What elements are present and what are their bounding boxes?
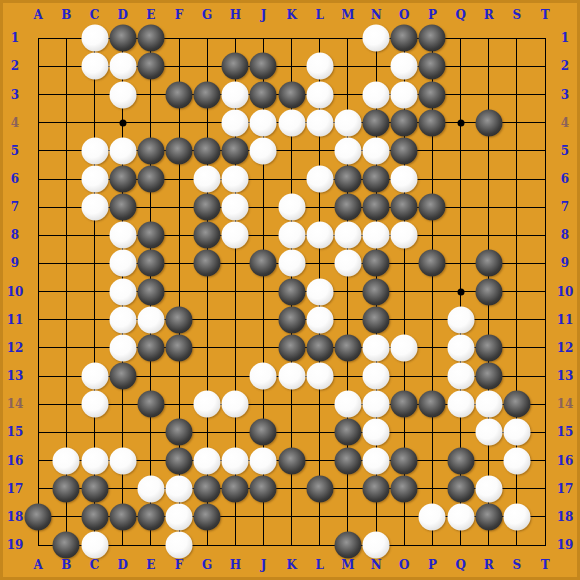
stone-black — [81, 475, 108, 502]
stone-black — [137, 137, 164, 164]
coord-label-row-left: 12 — [7, 341, 24, 355]
stone-black — [137, 25, 164, 52]
stone-white — [81, 447, 108, 474]
stone-white — [503, 503, 530, 530]
coord-label-col-bottom: A — [34, 558, 43, 572]
stone-black — [278, 81, 305, 108]
star-point — [119, 119, 126, 126]
coord-label-row-left: 17 — [7, 482, 24, 496]
coord-label-col-top: G — [202, 8, 212, 22]
stone-white — [222, 81, 249, 108]
coord-label-col-top: P — [428, 8, 437, 22]
stone-white — [363, 137, 390, 164]
stone-black — [137, 250, 164, 277]
stone-black — [137, 334, 164, 361]
stone-white — [250, 363, 277, 390]
stone-black — [391, 475, 418, 502]
stone-white — [250, 109, 277, 136]
coord-label-row-right: 18 — [557, 510, 574, 524]
stone-black — [166, 447, 193, 474]
coord-label-row-right: 7 — [561, 200, 569, 214]
stone-black — [278, 334, 305, 361]
stone-black — [194, 194, 221, 221]
stone-white — [81, 532, 108, 559]
coord-label-col-bottom: D — [117, 558, 127, 572]
coord-label-col-bottom: T — [541, 558, 550, 572]
stone-white — [194, 166, 221, 193]
coord-label-row-left: 8 — [11, 228, 19, 242]
stone-black — [419, 25, 446, 52]
star-point — [457, 119, 464, 126]
coord-label-row-left: 15 — [7, 425, 24, 439]
stone-black — [419, 250, 446, 277]
stone-black — [334, 194, 361, 221]
stone-white — [306, 53, 333, 80]
coord-label-col-top: H — [230, 8, 241, 22]
stone-white — [363, 222, 390, 249]
coord-label-col-bottom: L — [316, 558, 324, 572]
stone-white — [447, 391, 474, 418]
stone-black — [137, 222, 164, 249]
stone-black — [334, 419, 361, 446]
coord-label-row-left: 18 — [7, 510, 24, 524]
goban-frame: AABBCCDDEEFFGGHHJJKKLLMMNNOOPPQQRRSSTT11… — [0, 0, 580, 580]
coord-label-row-right: 15 — [557, 425, 574, 439]
stone-white — [447, 503, 474, 530]
stone-white — [503, 419, 530, 446]
coord-label-col-top: K — [286, 8, 296, 22]
stone-white — [447, 363, 474, 390]
stone-black — [109, 194, 136, 221]
stone-white — [109, 222, 136, 249]
stone-white — [363, 447, 390, 474]
stone-white — [81, 25, 108, 52]
stone-black — [137, 53, 164, 80]
grid-line-vertical — [545, 38, 546, 546]
stone-white — [447, 306, 474, 333]
stone-white — [475, 419, 502, 446]
stone-white — [109, 447, 136, 474]
stone-white — [222, 447, 249, 474]
stone-black — [391, 25, 418, 52]
stone-white — [109, 137, 136, 164]
stone-white — [447, 334, 474, 361]
stone-white — [306, 278, 333, 305]
stone-white — [81, 194, 108, 221]
stone-black — [25, 503, 52, 530]
stone-black — [166, 137, 193, 164]
coord-label-col-top: T — [541, 8, 550, 22]
stone-white — [306, 166, 333, 193]
stone-black — [475, 363, 502, 390]
stone-white — [475, 475, 502, 502]
stone-white — [278, 194, 305, 221]
stone-white — [334, 391, 361, 418]
coord-label-row-right: 8 — [561, 228, 569, 242]
stone-black — [334, 532, 361, 559]
coord-label-col-top: O — [399, 8, 409, 22]
coord-label-col-top: J — [261, 8, 267, 22]
coord-label-row-right: 12 — [557, 341, 574, 355]
stone-white — [194, 447, 221, 474]
stone-black — [306, 475, 333, 502]
stone-white — [306, 306, 333, 333]
coord-label-row-right: 6 — [561, 172, 569, 186]
stone-white — [109, 250, 136, 277]
stone-black — [447, 475, 474, 502]
stone-black — [334, 166, 361, 193]
coord-label-row-left: 9 — [11, 256, 19, 270]
coord-label-row-right: 11 — [557, 313, 574, 327]
coord-label-col-top: C — [90, 8, 100, 22]
stone-white — [81, 391, 108, 418]
coord-label-col-top: S — [513, 8, 522, 22]
stone-black — [53, 532, 80, 559]
stone-black — [419, 109, 446, 136]
stone-black — [475, 503, 502, 530]
grid-line-horizontal — [38, 432, 546, 433]
coord-label-row-left: 14 — [7, 397, 24, 411]
stone-black — [109, 363, 136, 390]
stone-black — [194, 503, 221, 530]
stone-black — [391, 194, 418, 221]
stone-white — [137, 475, 164, 502]
stone-white — [363, 419, 390, 446]
stone-black — [194, 475, 221, 502]
stone-black — [166, 419, 193, 446]
stone-white — [53, 447, 80, 474]
coord-label-row-left: 4 — [11, 116, 19, 130]
coord-label-col-bottom: S — [513, 558, 522, 572]
stone-black — [278, 278, 305, 305]
stone-black — [419, 81, 446, 108]
stone-white — [109, 81, 136, 108]
stone-black — [363, 194, 390, 221]
stone-white — [109, 334, 136, 361]
coord-label-row-left: 6 — [11, 172, 19, 186]
stone-black — [363, 278, 390, 305]
stone-black — [137, 278, 164, 305]
stone-white — [306, 222, 333, 249]
stone-white — [109, 278, 136, 305]
stone-black — [475, 109, 502, 136]
coord-label-col-bottom: J — [261, 558, 267, 572]
coord-label-col-bottom: G — [202, 558, 212, 572]
stone-black — [250, 250, 277, 277]
stone-black — [222, 53, 249, 80]
coord-label-row-right: 17 — [557, 482, 574, 496]
stone-white — [222, 109, 249, 136]
coord-label-row-right: 2 — [561, 59, 569, 73]
stone-white — [278, 109, 305, 136]
stone-black — [250, 419, 277, 446]
stone-black — [194, 250, 221, 277]
stone-white — [81, 166, 108, 193]
stone-white — [250, 137, 277, 164]
stone-black — [363, 306, 390, 333]
stone-black — [419, 194, 446, 221]
stone-white — [391, 334, 418, 361]
coord-label-col-top: R — [484, 8, 494, 22]
coord-label-col-top: E — [146, 8, 155, 22]
coord-label-col-bottom: R — [484, 558, 494, 572]
stone-white — [391, 53, 418, 80]
coord-label-row-left: 7 — [11, 200, 19, 214]
stone-black — [419, 391, 446, 418]
stone-white — [334, 222, 361, 249]
coord-label-col-bottom: F — [175, 558, 184, 572]
stone-white — [222, 222, 249, 249]
stone-black — [419, 53, 446, 80]
coord-label-row-right: 14 — [557, 397, 574, 411]
stone-black — [475, 278, 502, 305]
coord-label-col-bottom: H — [230, 558, 241, 572]
coord-label-row-right: 1 — [561, 31, 569, 45]
stone-black — [475, 334, 502, 361]
coord-label-col-bottom: P — [428, 558, 437, 572]
coord-label-col-bottom: N — [371, 558, 382, 572]
stone-black — [391, 109, 418, 136]
coord-label-row-right: 16 — [557, 454, 574, 468]
coord-label-col-top: D — [117, 8, 127, 22]
coord-label-row-left: 13 — [7, 369, 24, 383]
coord-label-row-right: 4 — [561, 116, 569, 130]
stone-black — [363, 475, 390, 502]
coord-label-row-left: 11 — [7, 313, 24, 327]
star-point — [457, 288, 464, 295]
stone-white — [278, 363, 305, 390]
stone-black — [194, 81, 221, 108]
stone-black — [250, 475, 277, 502]
stone-black — [250, 53, 277, 80]
stone-white — [222, 194, 249, 221]
stone-black — [363, 109, 390, 136]
stone-black — [166, 334, 193, 361]
coord-label-row-right: 19 — [557, 538, 574, 552]
coord-label-col-bottom: O — [399, 558, 409, 572]
stone-white — [363, 25, 390, 52]
coord-label-col-bottom: Q — [455, 558, 465, 572]
coord-label-col-bottom: M — [341, 558, 354, 572]
stone-white — [391, 166, 418, 193]
stone-black — [53, 475, 80, 502]
coord-label-col-top: Q — [455, 8, 465, 22]
coord-label-col-bottom: B — [61, 558, 71, 572]
stone-black — [194, 137, 221, 164]
stone-white — [194, 391, 221, 418]
stone-black — [278, 306, 305, 333]
stone-black — [137, 503, 164, 530]
grid-line-horizontal — [38, 545, 546, 546]
stone-black — [81, 503, 108, 530]
stone-white — [391, 81, 418, 108]
go-board[interactable]: AABBCCDDEEFFGGHHJJKKLLMMNNOOPPQQRRSSTT11… — [0, 0, 580, 580]
stone-white — [503, 447, 530, 474]
stone-black — [503, 391, 530, 418]
stone-white — [166, 532, 193, 559]
stone-black — [334, 447, 361, 474]
coord-label-row-left: 1 — [11, 31, 19, 45]
coord-label-col-top: A — [34, 8, 43, 22]
coord-label-col-top: M — [341, 8, 354, 22]
stone-white — [166, 475, 193, 502]
stone-black — [137, 166, 164, 193]
stone-white — [419, 503, 446, 530]
coord-label-col-top: F — [175, 8, 184, 22]
stone-black — [363, 250, 390, 277]
stone-white — [363, 391, 390, 418]
stone-black — [222, 475, 249, 502]
stone-white — [391, 222, 418, 249]
coord-label-row-left: 10 — [7, 285, 24, 299]
stone-white — [363, 81, 390, 108]
stone-white — [363, 532, 390, 559]
coord-label-row-right: 13 — [557, 369, 574, 383]
coord-label-col-bottom: C — [90, 558, 100, 572]
stone-white — [250, 447, 277, 474]
coord-label-row-left: 5 — [11, 144, 19, 158]
stone-white — [306, 109, 333, 136]
stone-black — [391, 391, 418, 418]
stone-white — [475, 391, 502, 418]
coord-label-col-bottom: E — [146, 558, 155, 572]
stone-black — [391, 447, 418, 474]
coord-label-row-right: 5 — [561, 144, 569, 158]
stone-black — [250, 81, 277, 108]
stone-black — [363, 166, 390, 193]
stone-black — [166, 306, 193, 333]
stone-white — [166, 503, 193, 530]
coord-label-row-left: 16 — [7, 454, 24, 468]
stone-black — [109, 166, 136, 193]
stone-black — [447, 447, 474, 474]
stone-white — [137, 306, 164, 333]
coord-label-row-right: 9 — [561, 256, 569, 270]
stone-white — [363, 363, 390, 390]
stone-white — [81, 53, 108, 80]
stone-white — [363, 334, 390, 361]
coord-label-row-left: 19 — [7, 538, 24, 552]
coord-label-row-left: 2 — [11, 59, 19, 73]
stone-black — [109, 503, 136, 530]
stone-black — [137, 391, 164, 418]
stone-black — [109, 25, 136, 52]
stone-white — [109, 53, 136, 80]
stone-black — [222, 137, 249, 164]
coord-label-col-bottom: K — [286, 558, 296, 572]
stone-white — [81, 363, 108, 390]
coord-label-col-top: B — [61, 8, 71, 22]
stone-white — [306, 81, 333, 108]
stone-white — [306, 363, 333, 390]
stone-black — [475, 250, 502, 277]
coord-label-row-right: 10 — [557, 285, 574, 299]
stone-white — [222, 391, 249, 418]
stone-black — [334, 334, 361, 361]
stone-black — [166, 81, 193, 108]
stone-white — [334, 137, 361, 164]
stone-black — [194, 222, 221, 249]
coord-label-col-top: N — [371, 8, 382, 22]
coord-label-row-left: 3 — [11, 88, 19, 102]
stone-white — [109, 306, 136, 333]
stone-black — [278, 447, 305, 474]
stone-white — [278, 250, 305, 277]
stone-white — [278, 222, 305, 249]
coord-label-col-top: L — [316, 8, 324, 22]
coord-label-row-right: 3 — [561, 88, 569, 102]
stone-black — [391, 137, 418, 164]
stone-black — [306, 334, 333, 361]
stone-white — [334, 109, 361, 136]
stone-white — [81, 137, 108, 164]
stone-white — [334, 250, 361, 277]
stone-white — [222, 166, 249, 193]
